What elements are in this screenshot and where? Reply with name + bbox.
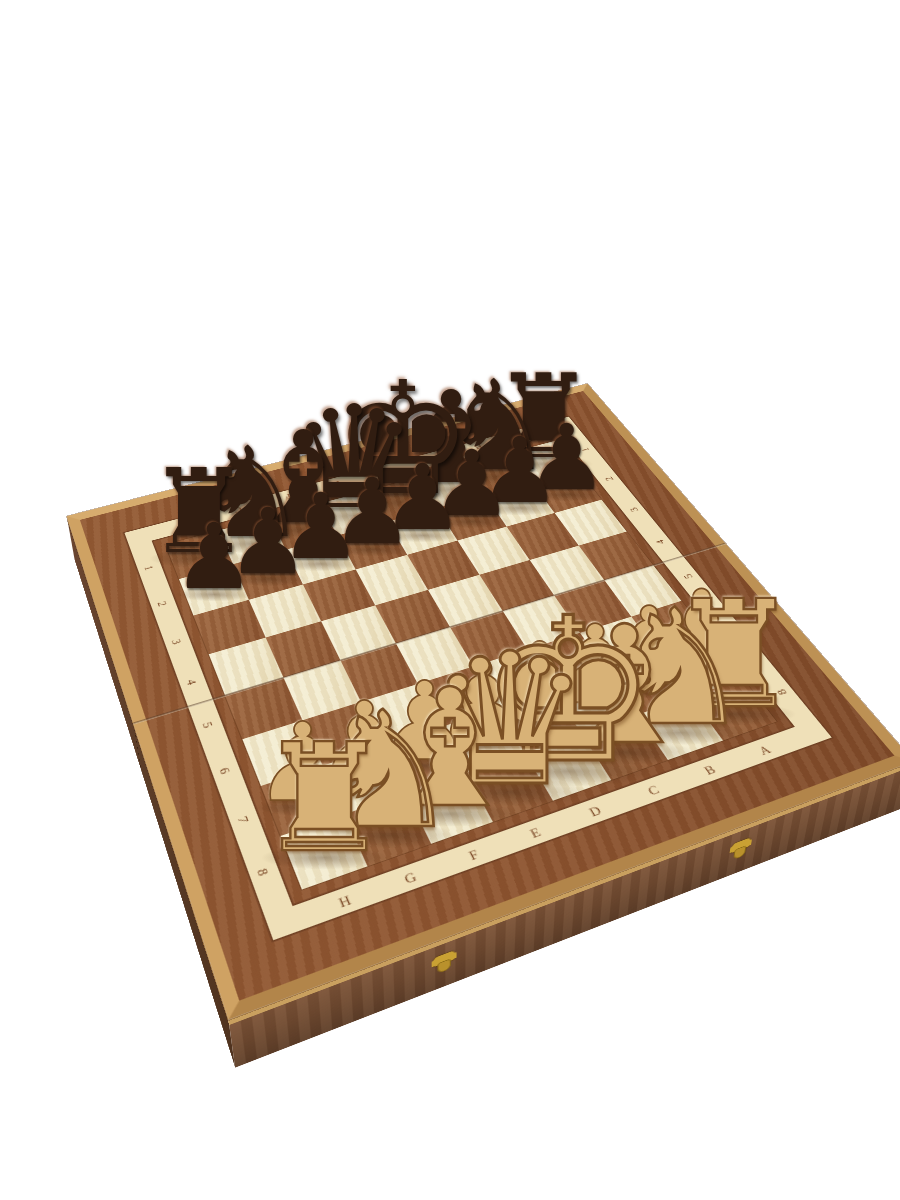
square-f6[interactable]	[361, 684, 441, 746]
chess-board: HGFEDCBA HGFEDCBA 12345678 12345678	[67, 384, 900, 1020]
square-d7[interactable]	[498, 690, 581, 753]
fold-seam-side	[134, 728, 141, 772]
square-a7[interactable]	[660, 639, 743, 697]
board-stage: HGFEDCBA HGFEDCBA 12345678 12345678	[0, 0, 900, 1200]
square-f7[interactable]	[383, 727, 466, 793]
square-c6[interactable]	[527, 633, 607, 690]
brass-clasp-left[interactable]	[430, 948, 460, 979]
square-c7[interactable]	[554, 673, 637, 734]
square-f8[interactable]	[406, 773, 493, 844]
square-b7[interactable]	[608, 655, 691, 715]
product-photo-scene: HGFEDCBA HGFEDCBA 12345678 12345678 ♜♞♝♛…	[0, 0, 900, 1200]
brass-clasp-right[interactable]	[726, 836, 754, 865]
